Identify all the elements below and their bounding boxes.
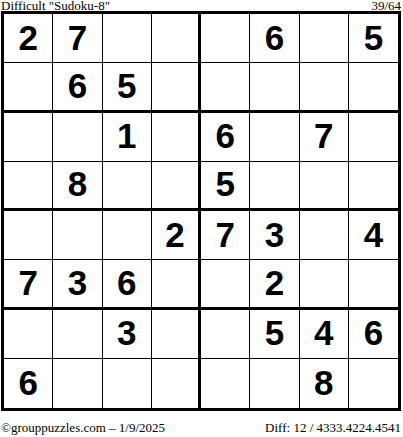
cell-r5c2[interactable] [53, 211, 102, 260]
cell-r4c4[interactable] [152, 162, 201, 211]
cell-r3c1[interactable] [4, 113, 53, 162]
cell-r4c2: 8 [53, 162, 102, 211]
cell-r2c5[interactable] [201, 63, 250, 112]
cell-r1c3[interactable] [103, 14, 152, 63]
cell-r5c6: 3 [250, 211, 299, 260]
cell-r1c8: 5 [349, 14, 398, 63]
cell-r5c4: 2 [152, 211, 201, 260]
cell-r2c2: 6 [53, 63, 102, 112]
cell-r4c7[interactable] [300, 162, 349, 211]
cell-r5c1[interactable] [4, 211, 53, 260]
cell-r7c4[interactable] [152, 310, 201, 359]
cell-r1c6: 6 [250, 14, 299, 63]
cell-r8c3[interactable] [103, 359, 152, 408]
cell-r6c8[interactable] [349, 260, 398, 309]
cell-r8c5[interactable] [201, 359, 250, 408]
cell-r7c7: 4 [300, 310, 349, 359]
cell-r6c3: 6 [103, 260, 152, 309]
cell-r4c8[interactable] [349, 162, 398, 211]
cell-r3c3: 1 [103, 113, 152, 162]
cell-r8c6[interactable] [250, 359, 299, 408]
cell-r6c2: 3 [53, 260, 102, 309]
cell-r6c5[interactable] [201, 260, 250, 309]
cell-r2c4[interactable] [152, 63, 201, 112]
cell-r7c1[interactable] [4, 310, 53, 359]
cell-r5c7[interactable] [300, 211, 349, 260]
cell-r2c1[interactable] [4, 63, 53, 112]
cell-r1c1: 2 [4, 14, 53, 63]
cell-r2c6[interactable] [250, 63, 299, 112]
cell-r5c8: 4 [349, 211, 398, 260]
cell-r6c7[interactable] [300, 260, 349, 309]
cell-r7c3: 3 [103, 310, 152, 359]
cell-r1c2: 7 [53, 14, 102, 63]
cell-r2c8[interactable] [349, 63, 398, 112]
cell-r7c5[interactable] [201, 310, 250, 359]
cell-r3c4[interactable] [152, 113, 201, 162]
cell-r4c6[interactable] [250, 162, 299, 211]
cell-r2c3: 5 [103, 63, 152, 112]
difficulty-text: Diff: 12 / 4333.4224.4541 [265, 420, 401, 436]
cell-r7c6: 5 [250, 310, 299, 359]
cell-r5c5: 7 [201, 211, 250, 260]
cell-r2c7[interactable] [300, 63, 349, 112]
cell-r3c8[interactable] [349, 113, 398, 162]
cell-r6c1: 7 [4, 260, 53, 309]
cell-r1c4[interactable] [152, 14, 201, 63]
cell-r6c4[interactable] [152, 260, 201, 309]
cell-r3c6[interactable] [250, 113, 299, 162]
cell-r4c5: 5 [201, 162, 250, 211]
cell-r8c2[interactable] [53, 359, 102, 408]
cell-r7c2[interactable] [53, 310, 102, 359]
cell-r1c7[interactable] [300, 14, 349, 63]
cell-r5c3[interactable] [103, 211, 152, 260]
sudoku-grid: 2765651678527347362354668 [1, 11, 401, 411]
cell-r3c2[interactable] [53, 113, 102, 162]
cell-r7c8: 6 [349, 310, 398, 359]
cell-r8c7: 8 [300, 359, 349, 408]
cell-r8c4[interactable] [152, 359, 201, 408]
cell-r4c1[interactable] [4, 162, 53, 211]
cell-r1c5[interactable] [201, 14, 250, 63]
cell-r6c6: 2 [250, 260, 299, 309]
cell-r8c8[interactable] [349, 359, 398, 408]
cell-r8c1: 6 [4, 359, 53, 408]
cell-r3c7: 7 [300, 113, 349, 162]
copyright-text: ©grouppuzzles.com – 1/9/2025 [1, 420, 165, 436]
cell-r3c5: 6 [201, 113, 250, 162]
cell-r4c3[interactable] [103, 162, 152, 211]
